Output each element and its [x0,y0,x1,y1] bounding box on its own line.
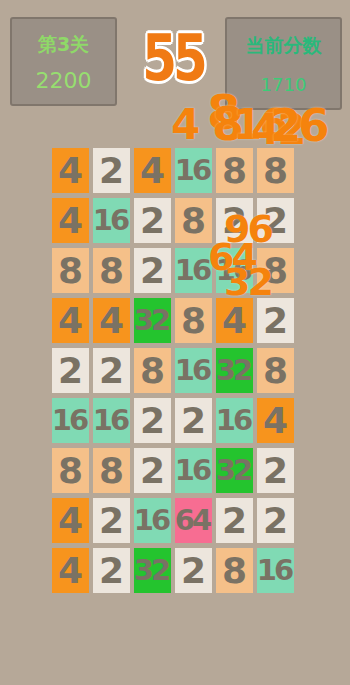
tile-r2c5-2: 2 [216,198,253,243]
tile-r3c3-2: 2 [134,248,171,293]
tile-r2c1-4: 4 [52,198,89,243]
tile-r6c5-16: 16 [216,398,253,443]
tile-r5c3-8: 8 [134,348,171,393]
tile-r5c1-2: 2 [52,348,89,393]
tile-r5c2-2: 2 [93,348,130,393]
tile-r2c4-8: 8 [175,198,212,243]
tile-r1c6-8: 8 [257,148,294,193]
tile-r3c5-16: 16 [216,248,253,293]
countdown-timer: 55 [136,26,214,90]
tile-r7c6-2: 2 [257,448,294,493]
tile-r6c6-4: 4 [257,398,294,443]
tile-r8c4-64: 64 [175,498,212,543]
tile-r7c5-32: 32 [216,448,253,493]
tile-r9c1-4: 4 [52,548,89,593]
tile-r5c5-32: 32 [216,348,253,393]
tile-r2c6-2: 2 [257,198,294,243]
floating-score: 4 [171,104,197,146]
tile-r1c3-4: 4 [134,148,171,193]
tile-r1c4-16: 16 [175,148,212,193]
score-box: 当前分数 1710 [225,17,342,110]
tile-r1c1-4: 4 [52,148,89,193]
tile-r1c2-2: 2 [93,148,130,193]
tile-r9c4-2: 2 [175,548,212,593]
game-screen: 第3关 2200 55 当前分数 1710 424168841628228821… [0,0,350,685]
tile-r3c6-8: 8 [257,248,294,293]
level-target-value: 2200 [36,68,92,93]
tile-r5c4-16: 16 [175,348,212,393]
tile-r4c2-4: 4 [93,298,130,343]
tile-r2c3-2: 2 [134,198,171,243]
tile-r9c3-32: 32 [134,548,171,593]
score-value: 1710 [261,74,307,95]
score-label: 当前分数 [246,33,322,59]
floating-score: 42 [251,109,303,151]
tile-r6c2-16: 16 [93,398,130,443]
tile-r6c3-2: 2 [134,398,171,443]
floating-score: 16 [233,104,285,146]
tile-r5c6-8: 8 [257,348,294,393]
tile-r2c2-16: 16 [93,198,130,243]
tile-r8c6-2: 2 [257,498,294,543]
tile-r8c5-2: 2 [216,498,253,543]
tile-r6c4-2: 2 [175,398,212,443]
tile-r8c1-4: 4 [52,498,89,543]
tile-r3c2-8: 8 [93,248,130,293]
tile-r3c4-16: 16 [175,248,212,293]
level-label: 第3关 [38,32,89,58]
tile-r6c1-16: 16 [52,398,89,443]
tile-r7c4-16: 16 [175,448,212,493]
board[interactable]: 4241688416282288216168443284222816328161… [52,148,294,593]
tile-r4c3-32: 32 [134,298,171,343]
tile-r3c1-8: 8 [52,248,89,293]
tile-r9c5-8: 8 [216,548,253,593]
tile-r4c4-8: 8 [175,298,212,343]
tile-r4c6-2: 2 [257,298,294,343]
tile-r9c2-2: 2 [93,548,130,593]
tile-r4c5-4: 4 [216,298,253,343]
tile-r8c3-16: 16 [134,498,171,543]
tile-r7c2-8: 8 [93,448,130,493]
tile-r7c3-2: 2 [134,448,171,493]
tile-r7c1-8: 8 [52,448,89,493]
tile-r8c2-2: 2 [93,498,130,543]
tile-r4c1-4: 4 [52,298,89,343]
tile-r9c6-16: 16 [257,548,294,593]
tile-r1c5-8: 8 [216,148,253,193]
level-box: 第3关 2200 [10,17,117,106]
